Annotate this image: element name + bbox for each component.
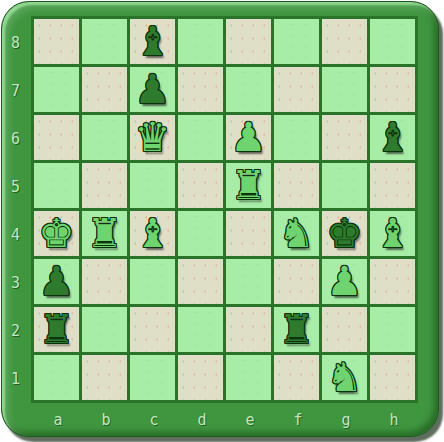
square-a5[interactable]	[34, 163, 79, 208]
chess-board[interactable]: ♝♟♛♟♝♜♚♜♝♞♚♝♟♟♜♜♞	[31, 16, 418, 403]
square-e6[interactable]: ♟	[226, 115, 271, 160]
rank-label-4: 4	[11, 226, 20, 244]
square-f3[interactable]	[274, 259, 319, 304]
square-h2[interactable]	[370, 307, 415, 352]
file-label-a: a	[53, 411, 62, 429]
square-h5[interactable]	[370, 163, 415, 208]
square-h3[interactable]	[370, 259, 415, 304]
square-c3[interactable]	[130, 259, 175, 304]
square-g2[interactable]	[322, 307, 367, 352]
square-h4[interactable]: ♝	[370, 211, 415, 256]
square-f8[interactable]	[274, 19, 319, 64]
square-g7[interactable]	[322, 67, 367, 112]
piece-white-pawn[interactable]: ♟	[327, 259, 363, 304]
file-label-c: c	[149, 411, 158, 429]
square-f6[interactable]	[274, 115, 319, 160]
square-b6[interactable]	[82, 115, 127, 160]
square-d8[interactable]	[178, 19, 223, 64]
square-c8[interactable]: ♝	[130, 19, 175, 64]
file-label-g: g	[341, 411, 350, 429]
rank-label-1: 1	[11, 370, 20, 388]
square-c1[interactable]	[130, 355, 175, 400]
square-g1[interactable]: ♞	[322, 355, 367, 400]
rank-label-6: 6	[11, 130, 20, 148]
square-e7[interactable]	[226, 67, 271, 112]
square-e3[interactable]	[226, 259, 271, 304]
square-f1[interactable]	[274, 355, 319, 400]
file-label-e: e	[245, 411, 254, 429]
square-d7[interactable]	[178, 67, 223, 112]
rank-label-8: 8	[11, 34, 20, 52]
piece-white-queen[interactable]: ♛	[135, 115, 171, 160]
square-a1[interactable]	[34, 355, 79, 400]
square-h7[interactable]	[370, 67, 415, 112]
square-g4[interactable]: ♚	[322, 211, 367, 256]
square-d2[interactable]	[178, 307, 223, 352]
square-g3[interactable]: ♟	[322, 259, 367, 304]
square-d5[interactable]	[178, 163, 223, 208]
piece-black-rook[interactable]: ♜	[279, 307, 315, 352]
piece-white-rook[interactable]: ♜	[231, 163, 267, 208]
square-e4[interactable]	[226, 211, 271, 256]
square-b2[interactable]	[82, 307, 127, 352]
rank-label-7: 7	[11, 82, 20, 100]
square-b8[interactable]	[82, 19, 127, 64]
piece-black-king[interactable]: ♚	[327, 211, 363, 256]
file-label-b: b	[101, 411, 110, 429]
square-c6[interactable]: ♛	[130, 115, 175, 160]
square-b7[interactable]	[82, 67, 127, 112]
square-c5[interactable]	[130, 163, 175, 208]
rank-label-3: 3	[11, 274, 20, 292]
piece-black-pawn[interactable]: ♟	[135, 67, 171, 112]
piece-white-bishop[interactable]: ♝	[375, 211, 411, 256]
square-c7[interactable]: ♟	[130, 67, 175, 112]
square-f4[interactable]: ♞	[274, 211, 319, 256]
square-a6[interactable]	[34, 115, 79, 160]
square-e8[interactable]	[226, 19, 271, 64]
square-h6[interactable]: ♝	[370, 115, 415, 160]
file-label-d: d	[197, 411, 206, 429]
square-a2[interactable]: ♜	[34, 307, 79, 352]
square-d6[interactable]	[178, 115, 223, 160]
square-f7[interactable]	[274, 67, 319, 112]
file-labels: abcdefgh	[34, 403, 418, 437]
square-d1[interactable]	[178, 355, 223, 400]
piece-white-knight[interactable]: ♞	[327, 355, 363, 400]
square-f5[interactable]	[274, 163, 319, 208]
square-b1[interactable]	[82, 355, 127, 400]
square-a3[interactable]: ♟	[34, 259, 79, 304]
file-label-h: h	[389, 411, 398, 429]
square-f2[interactable]: ♜	[274, 307, 319, 352]
square-e5[interactable]: ♜	[226, 163, 271, 208]
piece-white-pawn[interactable]: ♟	[231, 115, 267, 160]
square-c4[interactable]: ♝	[130, 211, 175, 256]
square-g6[interactable]	[322, 115, 367, 160]
square-c2[interactable]	[130, 307, 175, 352]
piece-white-bishop[interactable]: ♝	[135, 211, 171, 256]
chess-app-window: 87654321 ♝♟♛♟♝♜♚♜♝♞♚♝♟♟♜♜♞ abcdefgh	[0, 0, 444, 442]
piece-white-knight[interactable]: ♞	[279, 211, 315, 256]
square-b3[interactable]	[82, 259, 127, 304]
square-a4[interactable]: ♚	[34, 211, 79, 256]
square-a8[interactable]	[34, 19, 79, 64]
piece-black-rook[interactable]: ♜	[39, 307, 75, 352]
rank-labels: 87654321	[0, 19, 31, 403]
square-h1[interactable]	[370, 355, 415, 400]
file-label-f: f	[293, 411, 302, 429]
square-b4[interactable]: ♜	[82, 211, 127, 256]
square-b5[interactable]	[82, 163, 127, 208]
piece-white-rook[interactable]: ♜	[87, 211, 123, 256]
square-e2[interactable]	[226, 307, 271, 352]
square-e1[interactable]	[226, 355, 271, 400]
square-a7[interactable]	[34, 67, 79, 112]
square-g8[interactable]	[322, 19, 367, 64]
square-d3[interactable]	[178, 259, 223, 304]
square-h8[interactable]	[370, 19, 415, 64]
square-g5[interactable]	[322, 163, 367, 208]
rank-label-5: 5	[11, 178, 20, 196]
square-d4[interactable]	[178, 211, 223, 256]
piece-white-king[interactable]: ♚	[39, 211, 75, 256]
piece-black-bishop[interactable]: ♝	[375, 115, 411, 160]
rank-label-2: 2	[11, 322, 20, 340]
piece-black-pawn[interactable]: ♟	[39, 259, 75, 304]
piece-black-bishop[interactable]: ♝	[135, 19, 171, 64]
